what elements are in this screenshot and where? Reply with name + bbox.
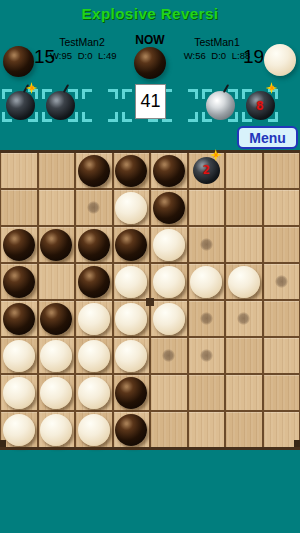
- black-bomb-lit-icon[interactable]: [6, 91, 35, 120]
- board-cell-e5[interactable]: [151, 301, 187, 336]
- white-disc: [153, 303, 185, 335]
- left-player-black-disc-icon: [3, 46, 34, 77]
- board-cell-b1[interactable]: [39, 153, 75, 188]
- board-center-marker: [146, 298, 154, 306]
- board-cell-b6[interactable]: [39, 338, 75, 373]
- board-cell-f8[interactable]: [189, 412, 225, 447]
- board-cell-h6[interactable]: [264, 338, 300, 373]
- legal-move-hint-dot[interactable]: [237, 312, 250, 325]
- board-cell-d2[interactable]: [114, 190, 150, 225]
- black-disc: [3, 229, 35, 261]
- black-disc: [78, 155, 110, 187]
- board-cell-b4[interactable]: [39, 264, 75, 299]
- board-cell-g8[interactable]: [226, 412, 262, 447]
- white-disc: [115, 303, 147, 335]
- board-cell-b8[interactable]: [39, 412, 75, 447]
- board-cell-g6[interactable]: [226, 338, 262, 373]
- white-disc: [3, 377, 35, 409]
- red-digit-bomb-lit-icon[interactable]: 8: [246, 91, 275, 120]
- board-grid: 2: [0, 150, 300, 450]
- left-player-name: TestMan2: [50, 36, 114, 48]
- left-player-info: TestMan2 W:95 D:0 L:49: [50, 36, 114, 61]
- legal-move-hint-dot[interactable]: [275, 275, 288, 288]
- board-cell-f3[interactable]: [189, 227, 225, 262]
- board-cell-g3[interactable]: [226, 227, 262, 262]
- app-window: Explosive Reversi 15 TestMan2 W:95 D:0 L…: [0, 0, 300, 533]
- board-cell-a7[interactable]: [1, 375, 37, 410]
- black-disc: [153, 192, 185, 224]
- board-cell-a4[interactable]: [1, 264, 37, 299]
- legal-move-hint-dot[interactable]: [162, 349, 175, 362]
- white-disc: [115, 266, 147, 298]
- black-disc: [153, 155, 185, 187]
- legal-move-hint-dot[interactable]: [87, 201, 100, 214]
- board-cell-c3[interactable]: [76, 227, 112, 262]
- black-disc: [115, 414, 147, 446]
- board-cell-h2[interactable]: [264, 190, 300, 225]
- move-counter-box: 41: [135, 84, 166, 119]
- tray-slot-5-empty[interactable]: [162, 89, 198, 122]
- board-cell-c5[interactable]: [76, 301, 112, 336]
- white-disc: [153, 266, 185, 298]
- bomb-countdown-digit: 8: [246, 97, 275, 112]
- white-disc: [78, 377, 110, 409]
- tray-slot-7[interactable]: 8: [242, 89, 278, 122]
- menu-button[interactable]: Menu: [237, 126, 298, 149]
- board-cell-a2[interactable]: [1, 190, 37, 225]
- board-bomb-black: 2: [193, 157, 220, 184]
- board-cell-b2[interactable]: [39, 190, 75, 225]
- board-cell-e2[interactable]: [151, 190, 187, 225]
- move-counter-value: 41: [140, 91, 160, 112]
- white-disc: [190, 266, 222, 298]
- spark-icon: [26, 82, 38, 94]
- board-cell-d1[interactable]: [114, 153, 150, 188]
- board-cell-g7[interactable]: [226, 375, 262, 410]
- board-cell-h7[interactable]: [264, 375, 300, 410]
- board-cell-f6[interactable]: [189, 338, 225, 373]
- white-disc: [228, 266, 260, 298]
- board-cell-h4[interactable]: [264, 264, 300, 299]
- white-disc: [78, 303, 110, 335]
- board-cell-g4[interactable]: [226, 264, 262, 299]
- board-cell-e4[interactable]: [151, 264, 187, 299]
- board-cell-c1[interactable]: [76, 153, 112, 188]
- board-cell-h1[interactable]: [264, 153, 300, 188]
- board-cell-f2[interactable]: [189, 190, 225, 225]
- tray-slot-3-empty[interactable]: [82, 89, 118, 122]
- fuse-icon: [62, 84, 68, 93]
- right-player-info: TestMan1 W:56 D:0 L:88: [183, 36, 251, 61]
- board-cell-d7[interactable]: [114, 375, 150, 410]
- black-disc: [78, 266, 110, 298]
- spark-icon: [266, 82, 278, 94]
- board-corner-marker-right: [294, 440, 300, 447]
- black-disc: [40, 303, 72, 335]
- board-cell-c2[interactable]: [76, 190, 112, 225]
- board-cell-c6[interactable]: [76, 338, 112, 373]
- left-player-stats: W:95 D:0 L:49: [50, 50, 114, 61]
- board-cell-b5[interactable]: [39, 301, 75, 336]
- board-cell-b7[interactable]: [39, 375, 75, 410]
- spark-icon: [210, 149, 222, 161]
- app-title: Explosive Reversi: [0, 5, 300, 22]
- silver-bomb-icon[interactable]: [206, 91, 235, 120]
- right-player-score: 19: [243, 46, 264, 68]
- board-cell-e7[interactable]: [151, 375, 187, 410]
- board-cell-e3[interactable]: [151, 227, 187, 262]
- board-cell-f4[interactable]: [189, 264, 225, 299]
- legal-move-hint-dot[interactable]: [200, 349, 213, 362]
- board-cell-h5[interactable]: [264, 301, 300, 336]
- black-bomb-icon[interactable]: [46, 91, 75, 120]
- bomb-countdown-digit: 2: [193, 163, 220, 177]
- white-disc: [40, 340, 72, 372]
- legal-move-hint-dot[interactable]: [200, 238, 213, 251]
- board-cell-e6[interactable]: [151, 338, 187, 373]
- turn-now-label: NOW: [128, 33, 172, 47]
- tray-slot-2[interactable]: [42, 89, 78, 122]
- board-cell-d8[interactable]: [114, 412, 150, 447]
- header: Explosive Reversi 15 TestMan2 W:95 D:0 L…: [0, 0, 300, 150]
- black-disc: [78, 229, 110, 261]
- board-cell-a6[interactable]: [1, 338, 37, 373]
- right-player-white-disc-icon: [264, 44, 296, 76]
- black-disc: [115, 155, 147, 187]
- legal-move-hint-dot[interactable]: [200, 312, 213, 325]
- black-disc: [3, 303, 35, 335]
- board-cell-a3[interactable]: [1, 227, 37, 262]
- board-cell-g1[interactable]: [226, 153, 262, 188]
- board-cell-f5[interactable]: [189, 301, 225, 336]
- white-disc: [3, 414, 35, 446]
- board-cell-a8[interactable]: [1, 412, 37, 447]
- white-disc: [40, 414, 72, 446]
- black-disc: [115, 229, 147, 261]
- white-disc: [3, 340, 35, 372]
- right-player-stats: W:56 D:0 L:88: [183, 50, 251, 61]
- board-cell-d6[interactable]: [114, 338, 150, 373]
- white-disc: [78, 414, 110, 446]
- right-player-name: TestMan1: [183, 36, 251, 48]
- black-disc: [3, 266, 35, 298]
- white-disc: [78, 340, 110, 372]
- board-cell-a1[interactable]: [1, 153, 37, 188]
- board-cell-a5[interactable]: [1, 301, 37, 336]
- board-cell-h3[interactable]: [264, 227, 300, 262]
- board-cell-d5[interactable]: [114, 301, 150, 336]
- white-disc: [40, 377, 72, 409]
- fuse-icon: [222, 84, 228, 93]
- tray-slot-1[interactable]: [2, 89, 38, 122]
- board-cell-c7[interactable]: [76, 375, 112, 410]
- board-cell-e8[interactable]: [151, 412, 187, 447]
- black-disc: [40, 229, 72, 261]
- white-disc: [115, 340, 147, 372]
- board-cell-b3[interactable]: [39, 227, 75, 262]
- board-cell-e1[interactable]: [151, 153, 187, 188]
- tray-slot-6[interactable]: [202, 89, 238, 122]
- board-corner-marker-left: [0, 440, 6, 447]
- white-disc: [153, 229, 185, 261]
- board-cell-d4[interactable]: [114, 264, 150, 299]
- board-cell-d3[interactable]: [114, 227, 150, 262]
- black-disc: [115, 377, 147, 409]
- board-cell-g2[interactable]: [226, 190, 262, 225]
- board-cell-g5[interactable]: [226, 301, 262, 336]
- board-cell-f7[interactable]: [189, 375, 225, 410]
- board-cell-c4[interactable]: [76, 264, 112, 299]
- current-turn-disc-icon: [134, 47, 166, 79]
- board-cell-f1[interactable]: 2: [189, 153, 225, 188]
- white-disc: [115, 192, 147, 224]
- board-cell-c8[interactable]: [76, 412, 112, 447]
